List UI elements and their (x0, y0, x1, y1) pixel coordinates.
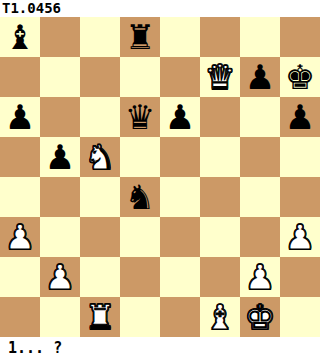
square-h5[interactable] (280, 137, 320, 177)
square-f8[interactable] (200, 17, 240, 57)
square-e8[interactable] (160, 17, 200, 57)
square-g1[interactable]: ♚ (240, 297, 280, 337)
square-h4[interactable] (280, 177, 320, 217)
square-h7[interactable]: ♚ (280, 57, 320, 97)
white-bishop-piece[interactable]: ♝ (200, 297, 240, 337)
square-b8[interactable] (40, 17, 80, 57)
square-b6[interactable] (40, 97, 80, 137)
square-f6[interactable] (200, 97, 240, 137)
square-e5[interactable] (160, 137, 200, 177)
square-h8[interactable] (280, 17, 320, 57)
black-king-piece[interactable]: ♚ (280, 57, 320, 97)
square-c2[interactable] (80, 257, 120, 297)
square-g2[interactable]: ♟ (240, 257, 280, 297)
square-b1[interactable] (40, 297, 80, 337)
square-e1[interactable] (160, 297, 200, 337)
square-e3[interactable] (160, 217, 200, 257)
black-pawn-piece[interactable]: ♟ (240, 57, 280, 97)
square-f5[interactable] (200, 137, 240, 177)
square-c8[interactable] (80, 17, 120, 57)
square-g6[interactable] (240, 97, 280, 137)
square-b3[interactable] (40, 217, 80, 257)
square-d3[interactable] (120, 217, 160, 257)
square-b4[interactable] (40, 177, 80, 217)
black-pawn-piece[interactable]: ♟ (0, 97, 40, 137)
square-f1[interactable]: ♝ (200, 297, 240, 337)
white-knight-piece[interactable]: ♞ (80, 137, 120, 177)
square-a3[interactable]: ♟ (0, 217, 40, 257)
square-h2[interactable] (280, 257, 320, 297)
black-pawn-piece[interactable]: ♟ (40, 137, 80, 177)
square-b5[interactable]: ♟ (40, 137, 80, 177)
square-c4[interactable] (80, 177, 120, 217)
square-e4[interactable] (160, 177, 200, 217)
square-f4[interactable] (200, 177, 240, 217)
black-bishop-piece[interactable]: ♝ (0, 17, 40, 57)
square-c3[interactable] (80, 217, 120, 257)
square-b7[interactable] (40, 57, 80, 97)
black-rook-piece[interactable]: ♜ (120, 17, 160, 57)
white-pawn-piece[interactable]: ♟ (40, 257, 80, 297)
white-pawn-piece[interactable]: ♟ (280, 217, 320, 257)
square-f3[interactable] (200, 217, 240, 257)
black-queen-piece[interactable]: ♛ (120, 97, 160, 137)
move-prompt: 1... ? (0, 337, 320, 359)
square-f2[interactable] (200, 257, 240, 297)
square-g4[interactable] (240, 177, 280, 217)
square-a5[interactable] (0, 137, 40, 177)
white-rook-piece[interactable]: ♜ (80, 297, 120, 337)
black-pawn-piece[interactable]: ♟ (280, 97, 320, 137)
white-pawn-piece[interactable]: ♟ (240, 257, 280, 297)
square-h6[interactable]: ♟ (280, 97, 320, 137)
square-a4[interactable] (0, 177, 40, 217)
square-d6[interactable]: ♛ (120, 97, 160, 137)
square-h3[interactable]: ♟ (280, 217, 320, 257)
white-king-piece[interactable]: ♚ (240, 297, 280, 337)
square-g3[interactable] (240, 217, 280, 257)
square-e6[interactable]: ♟ (160, 97, 200, 137)
square-g5[interactable] (240, 137, 280, 177)
square-c7[interactable] (80, 57, 120, 97)
square-b2[interactable]: ♟ (40, 257, 80, 297)
square-d4[interactable]: ♞ (120, 177, 160, 217)
header-bar: T1.0456 (0, 0, 320, 17)
puzzle-id: T1.0456 (0, 0, 320, 16)
chess-board: ♝♜♛♟♚♟♛♟♟♟♞♞♟♟♟♟♜♝♚ (0, 17, 320, 337)
square-f7[interactable]: ♛ (200, 57, 240, 97)
square-g8[interactable] (240, 17, 280, 57)
square-d2[interactable] (120, 257, 160, 297)
footer-bar: 1... ? (0, 337, 320, 360)
square-a7[interactable] (0, 57, 40, 97)
black-pawn-piece[interactable]: ♟ (160, 97, 200, 137)
square-c1[interactable]: ♜ (80, 297, 120, 337)
white-queen-piece[interactable]: ♛ (200, 57, 240, 97)
square-e7[interactable] (160, 57, 200, 97)
white-pawn-piece[interactable]: ♟ (0, 217, 40, 257)
square-d5[interactable] (120, 137, 160, 177)
square-c6[interactable] (80, 97, 120, 137)
square-d1[interactable] (120, 297, 160, 337)
square-d8[interactable]: ♜ (120, 17, 160, 57)
square-a8[interactable]: ♝ (0, 17, 40, 57)
square-a6[interactable]: ♟ (0, 97, 40, 137)
square-a1[interactable] (0, 297, 40, 337)
square-g7[interactable]: ♟ (240, 57, 280, 97)
square-e2[interactable] (160, 257, 200, 297)
square-d7[interactable] (120, 57, 160, 97)
square-c5[interactable]: ♞ (80, 137, 120, 177)
square-a2[interactable] (0, 257, 40, 297)
black-knight-piece[interactable]: ♞ (120, 177, 160, 217)
square-h1[interactable] (280, 297, 320, 337)
